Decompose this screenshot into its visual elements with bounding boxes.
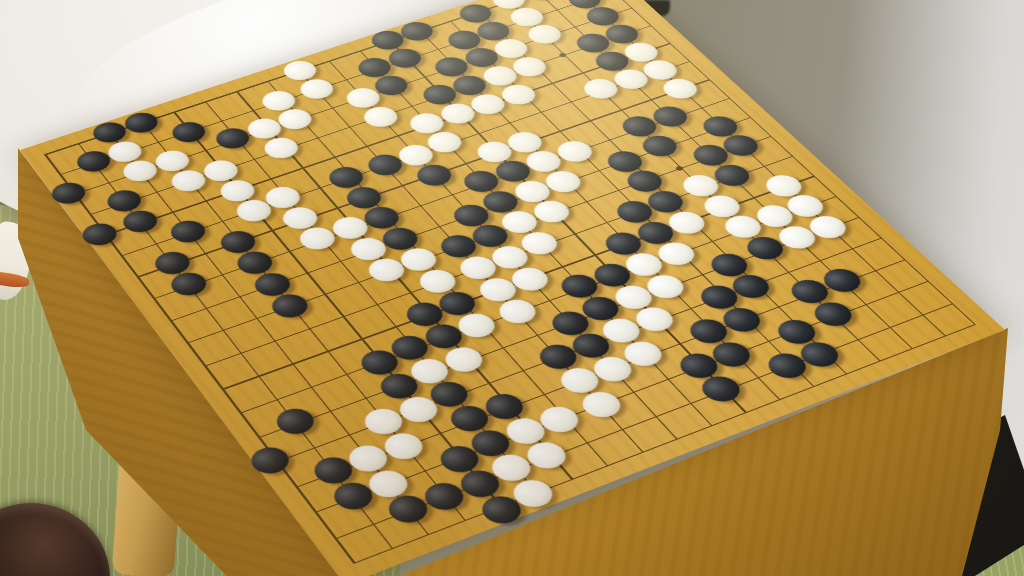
teacup-stripe (0, 270, 30, 290)
go-game-photo: ●●○●●●○○●○●○○●●●●○●●○○●○○○●●●○○●●○○○○●●○… (0, 0, 1024, 576)
